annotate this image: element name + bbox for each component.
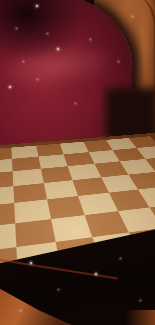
sparkle-dot <box>20 310 21 311</box>
sparkle-dot <box>90 39 91 40</box>
table-wood-glint-right <box>126 310 155 325</box>
sparkle-dot <box>132 16 133 17</box>
sparkle-dot <box>47 33 48 34</box>
sparkle-dot <box>118 61 119 62</box>
sparkle-dot <box>120 258 121 259</box>
sparkle-dot <box>140 300 141 301</box>
sparkle-dot <box>95 273 97 275</box>
sparkle-dot <box>58 289 59 290</box>
sparkle-dot <box>57 48 59 50</box>
sparkle-dot <box>37 79 38 80</box>
chess-photo-scene: ♞♚♛♞♝♜♟♟♟♟♟♟♟♟♟♜♝♞♚ <box>0 0 155 325</box>
sparkle-dot <box>75 103 76 104</box>
sparkle-dot <box>30 262 32 264</box>
sparkle-dot <box>9 86 11 88</box>
sparkle-dot <box>16 28 17 29</box>
sparkle-dot <box>36 5 38 7</box>
sparkle-dot <box>23 61 24 62</box>
